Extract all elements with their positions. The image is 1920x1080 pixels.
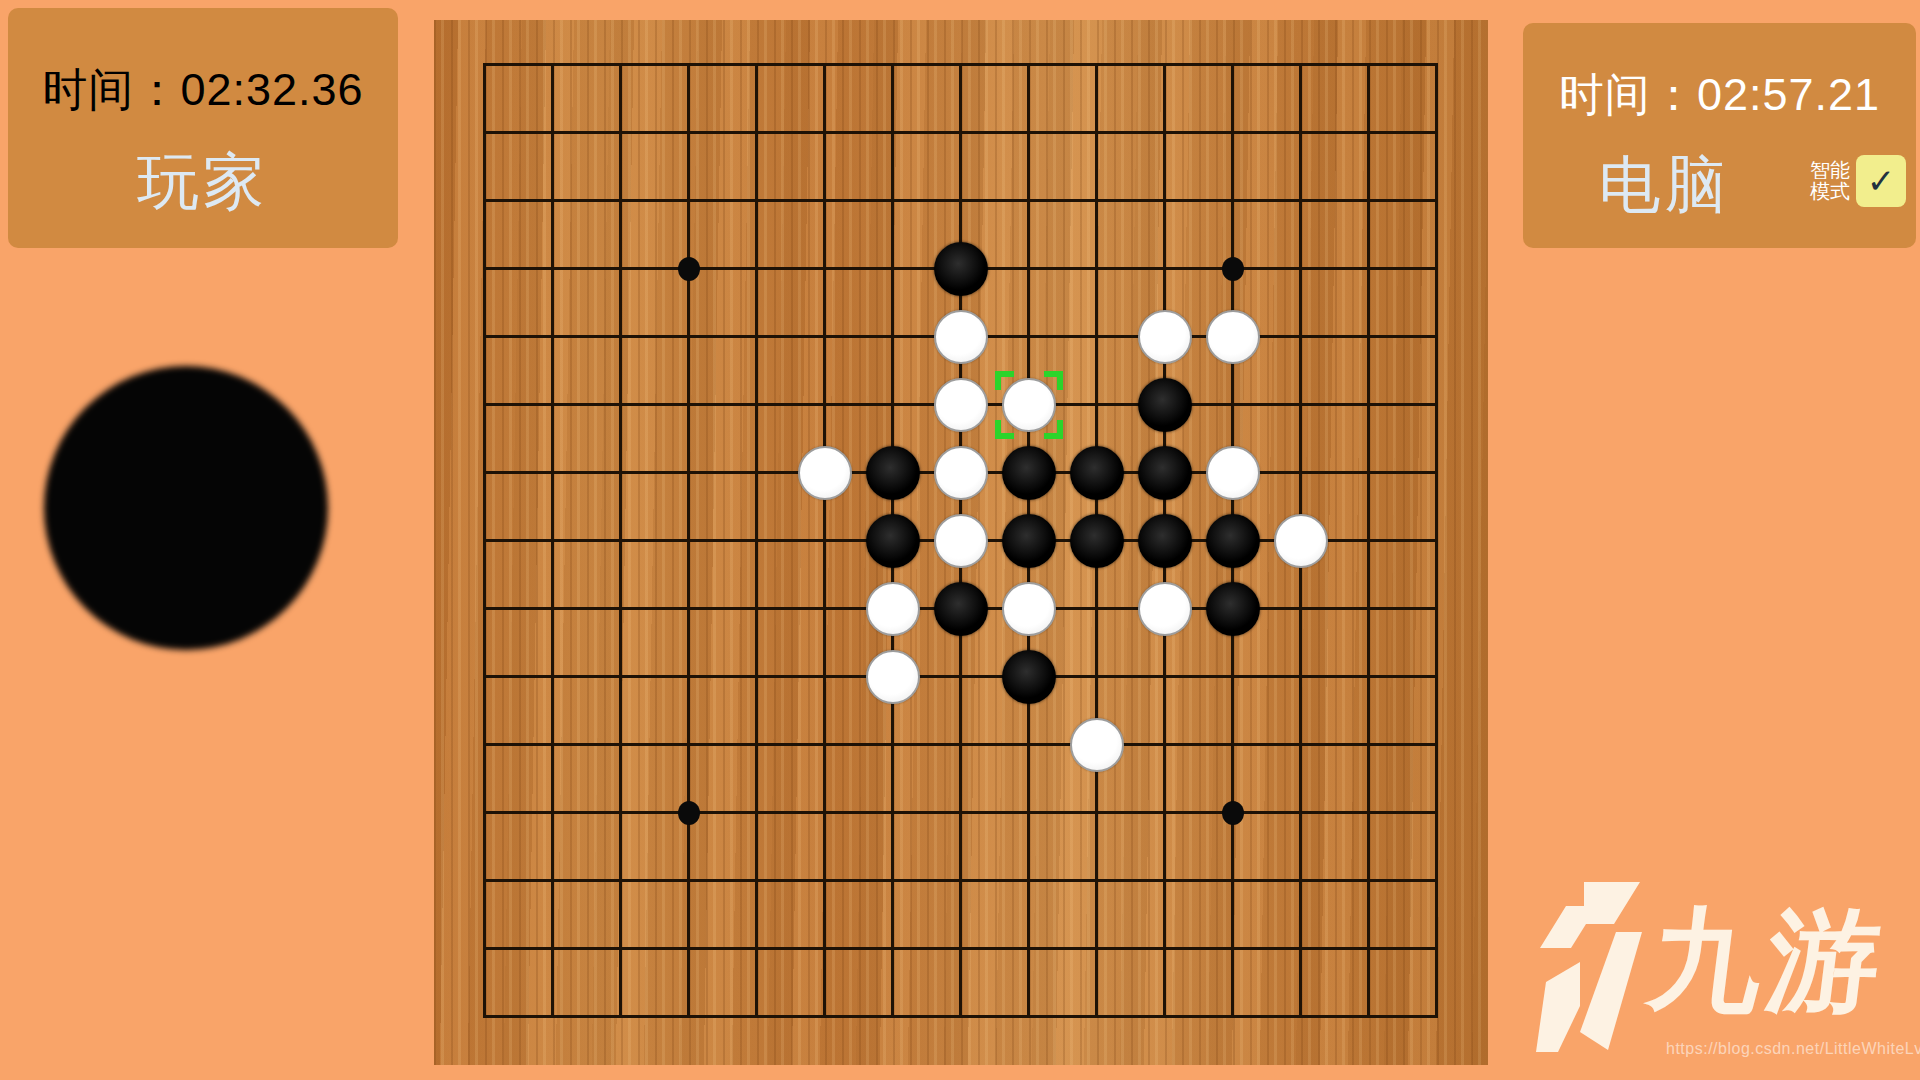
player-color-stone-indicator — [44, 366, 328, 650]
star-point — [1222, 801, 1244, 825]
marker-corner — [1044, 420, 1063, 439]
white-stone — [798, 446, 852, 500]
black-stone — [934, 582, 988, 636]
white-stone — [934, 446, 988, 500]
computer-panel: 时间：02:57.21 电脑 智能 模式 ✓ — [1523, 23, 1916, 248]
white-stone — [934, 514, 988, 568]
white-stone — [1138, 582, 1192, 636]
black-stone — [1070, 514, 1124, 568]
smart-mode-label: 智能 模式 — [1810, 160, 1850, 202]
star-point — [678, 801, 700, 825]
computer-time-label: 时间： — [1559, 69, 1697, 120]
black-stone — [934, 242, 988, 296]
black-stone — [1138, 378, 1192, 432]
smart-mode-control: 智能 模式 ✓ — [1810, 155, 1906, 207]
black-stone — [1002, 514, 1056, 568]
player-time-label: 时间： — [42, 64, 180, 115]
white-stone — [1002, 582, 1056, 636]
white-stone — [1138, 310, 1192, 364]
black-stone — [1138, 446, 1192, 500]
black-stone — [1206, 514, 1260, 568]
black-stone — [866, 514, 920, 568]
watermark-url: https://blog.csdn.net/LittleWhiteLv — [1666, 1040, 1920, 1058]
player-time-row: 时间：02:32.36 — [8, 60, 398, 120]
jiuyou-logo: 九游 — [1524, 878, 1920, 1058]
game-screen: 时间：02:32.36 玩家 时间：02:57.21 电脑 智能 模式 ✓ 九游… — [0, 0, 1920, 1080]
black-stone — [1138, 514, 1192, 568]
marker-corner — [1044, 371, 1063, 390]
smart-mode-checkbox[interactable]: ✓ — [1856, 155, 1906, 207]
computer-name-label: 电脑 — [1523, 143, 1806, 227]
checkmark-icon: ✓ — [1867, 161, 1896, 201]
white-stone — [934, 310, 988, 364]
marker-corner — [995, 420, 1014, 439]
white-stone — [1206, 446, 1260, 500]
jiuyou-logo-text: 九游 — [1641, 886, 1896, 1037]
player-panel: 时间：02:32.36 玩家 — [8, 8, 398, 248]
player-name-label: 玩家 — [8, 140, 398, 224]
white-stone — [1274, 514, 1328, 568]
gomoku-board[interactable] — [434, 20, 1488, 1065]
black-stone — [1206, 582, 1260, 636]
white-stone — [1206, 310, 1260, 364]
white-stone — [934, 378, 988, 432]
black-stone — [1002, 650, 1056, 704]
white-stone — [866, 650, 920, 704]
jiuyou-logo-icon — [1528, 882, 1646, 1054]
black-stone — [1070, 446, 1124, 500]
black-stone — [866, 446, 920, 500]
black-stone — [1002, 446, 1056, 500]
white-stone — [866, 582, 920, 636]
last-move-marker — [995, 371, 1063, 439]
computer-time-value: 02:57.21 — [1697, 69, 1880, 120]
star-point — [1222, 257, 1244, 281]
white-stone — [1070, 718, 1124, 772]
star-point — [678, 257, 700, 281]
player-time-value: 02:32.36 — [180, 64, 363, 115]
marker-corner — [995, 371, 1014, 390]
computer-time-row: 时间：02:57.21 — [1523, 65, 1916, 125]
